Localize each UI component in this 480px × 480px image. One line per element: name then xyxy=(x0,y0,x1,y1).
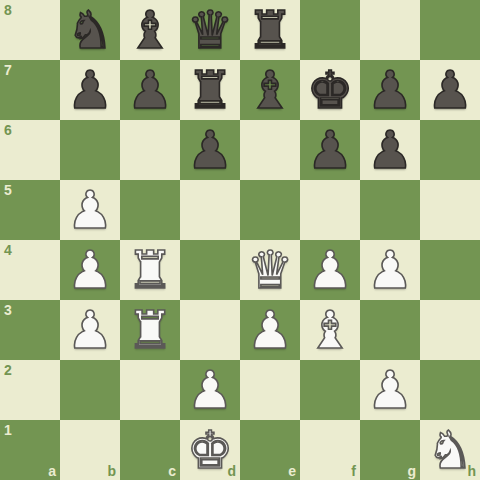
white-pawn[interactable]: ♟ xyxy=(180,360,240,420)
square-f7[interactable]: ♚ xyxy=(300,60,360,120)
square-e7[interactable]: ♝ xyxy=(240,60,300,120)
square-a8[interactable]: 8 xyxy=(0,0,60,60)
square-d7[interactable]: ♜ xyxy=(180,60,240,120)
square-b4[interactable]: ♟ xyxy=(60,240,120,300)
square-d6[interactable]: ♟ xyxy=(180,120,240,180)
square-b5[interactable]: ♟ xyxy=(60,180,120,240)
square-c5[interactable] xyxy=(120,180,180,240)
square-h4[interactable] xyxy=(420,240,480,300)
black-queen[interactable]: ♛ xyxy=(180,0,240,60)
file-label-b: b xyxy=(107,463,116,479)
square-f6[interactable]: ♟ xyxy=(300,120,360,180)
square-d8[interactable]: ♛ xyxy=(180,0,240,60)
rank-label-5: 5 xyxy=(4,182,12,198)
square-h7[interactable]: ♟ xyxy=(420,60,480,120)
file-label-f: f xyxy=(351,463,356,479)
square-b3[interactable]: ♟ xyxy=(60,300,120,360)
square-e2[interactable] xyxy=(240,360,300,420)
square-a6[interactable]: 6 xyxy=(0,120,60,180)
white-rook[interactable]: ♜ xyxy=(120,240,180,300)
square-f2[interactable] xyxy=(300,360,360,420)
black-rook[interactable]: ♜ xyxy=(240,0,300,60)
square-g2[interactable]: ♟ xyxy=(360,360,420,420)
black-bishop[interactable]: ♝ xyxy=(240,60,300,120)
square-a2[interactable]: 2 xyxy=(0,360,60,420)
square-e6[interactable] xyxy=(240,120,300,180)
file-label-e: e xyxy=(288,463,296,479)
black-pawn[interactable]: ♟ xyxy=(60,60,120,120)
square-g6[interactable]: ♟ xyxy=(360,120,420,180)
square-h3[interactable] xyxy=(420,300,480,360)
black-king[interactable]: ♚ xyxy=(300,60,360,120)
square-f1[interactable]: f xyxy=(300,420,360,480)
rank-label-3: 3 xyxy=(4,302,12,318)
square-c8[interactable]: ♝ xyxy=(120,0,180,60)
black-pawn[interactable]: ♟ xyxy=(120,60,180,120)
square-a5[interactable]: 5 xyxy=(0,180,60,240)
square-g8[interactable] xyxy=(360,0,420,60)
square-a1[interactable]: 1a xyxy=(0,420,60,480)
white-queen[interactable]: ♛ xyxy=(240,240,300,300)
file-label-g: g xyxy=(407,463,416,479)
square-h6[interactable] xyxy=(420,120,480,180)
rank-label-7: 7 xyxy=(4,62,12,78)
square-b7[interactable]: ♟ xyxy=(60,60,120,120)
square-g3[interactable] xyxy=(360,300,420,360)
square-e1[interactable]: e xyxy=(240,420,300,480)
square-f4[interactable]: ♟ xyxy=(300,240,360,300)
square-d1[interactable]: d♚ xyxy=(180,420,240,480)
square-g4[interactable]: ♟ xyxy=(360,240,420,300)
square-c3[interactable]: ♜ xyxy=(120,300,180,360)
square-a4[interactable]: 4 xyxy=(0,240,60,300)
white-pawn[interactable]: ♟ xyxy=(60,240,120,300)
square-h5[interactable] xyxy=(420,180,480,240)
white-knight[interactable]: ♞ xyxy=(420,420,480,480)
square-e4[interactable]: ♛ xyxy=(240,240,300,300)
white-pawn[interactable]: ♟ xyxy=(240,300,300,360)
square-b6[interactable] xyxy=(60,120,120,180)
square-c4[interactable]: ♜ xyxy=(120,240,180,300)
square-c2[interactable] xyxy=(120,360,180,420)
file-label-a: a xyxy=(48,463,56,479)
white-bishop[interactable]: ♝ xyxy=(300,300,360,360)
black-pawn[interactable]: ♟ xyxy=(360,60,420,120)
square-c1[interactable]: c xyxy=(120,420,180,480)
square-d3[interactable] xyxy=(180,300,240,360)
black-pawn[interactable]: ♟ xyxy=(420,60,480,120)
square-a7[interactable]: 7 xyxy=(0,60,60,120)
square-f8[interactable] xyxy=(300,0,360,60)
file-label-c: c xyxy=(168,463,176,479)
square-e8[interactable]: ♜ xyxy=(240,0,300,60)
black-pawn[interactable]: ♟ xyxy=(300,120,360,180)
rank-label-1: 1 xyxy=(4,422,12,438)
square-f5[interactable] xyxy=(300,180,360,240)
black-knight[interactable]: ♞ xyxy=(60,0,120,60)
square-h2[interactable] xyxy=(420,360,480,420)
square-d4[interactable] xyxy=(180,240,240,300)
square-a3[interactable]: 3 xyxy=(0,300,60,360)
square-h1[interactable]: h♞ xyxy=(420,420,480,480)
white-pawn[interactable]: ♟ xyxy=(60,300,120,360)
rank-label-6: 6 xyxy=(4,122,12,138)
square-b1[interactable]: b xyxy=(60,420,120,480)
square-g5[interactable] xyxy=(360,180,420,240)
rank-label-2: 2 xyxy=(4,362,12,378)
black-bishop[interactable]: ♝ xyxy=(120,0,180,60)
square-e3[interactable]: ♟ xyxy=(240,300,300,360)
square-h8[interactable] xyxy=(420,0,480,60)
rank-label-4: 4 xyxy=(4,242,12,258)
square-b2[interactable] xyxy=(60,360,120,420)
black-pawn[interactable]: ♟ xyxy=(180,120,240,180)
black-rook[interactable]: ♜ xyxy=(180,60,240,120)
square-d5[interactable] xyxy=(180,180,240,240)
white-pawn[interactable]: ♟ xyxy=(300,240,360,300)
square-g1[interactable]: g xyxy=(360,420,420,480)
white-pawn[interactable]: ♟ xyxy=(60,180,120,240)
square-c6[interactable] xyxy=(120,120,180,180)
square-g7[interactable]: ♟ xyxy=(360,60,420,120)
square-c7[interactable]: ♟ xyxy=(120,60,180,120)
square-e5[interactable] xyxy=(240,180,300,240)
chess-board: 8♞♝♛♜7♟♟♜♝♚♟♟6♟♟♟5♟4♟♜♛♟♟3♟♜♟♝2♟♟1abcd♚e… xyxy=(0,0,480,480)
black-pawn[interactable]: ♟ xyxy=(360,120,420,180)
white-king[interactable]: ♚ xyxy=(180,420,240,480)
white-rook[interactable]: ♜ xyxy=(120,300,180,360)
square-b8[interactable]: ♞ xyxy=(60,0,120,60)
white-pawn[interactable]: ♟ xyxy=(360,360,420,420)
rank-label-8: 8 xyxy=(4,2,12,18)
white-pawn[interactable]: ♟ xyxy=(360,240,420,300)
chess-board-container: 8♞♝♛♜7♟♟♜♝♚♟♟6♟♟♟5♟4♟♜♛♟♟3♟♜♟♝2♟♟1abcd♚e… xyxy=(0,0,480,480)
square-f3[interactable]: ♝ xyxy=(300,300,360,360)
square-d2[interactable]: ♟ xyxy=(180,360,240,420)
